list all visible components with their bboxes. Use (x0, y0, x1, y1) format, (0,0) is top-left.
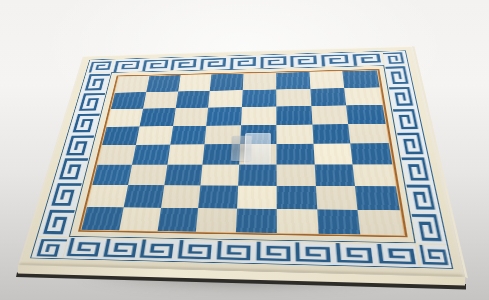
square-f2 (276, 186, 316, 209)
square-a2 (87, 185, 128, 207)
greek-key-icon (137, 239, 177, 261)
greek-key-unit (319, 53, 352, 67)
square-f6 (276, 106, 312, 125)
square-g3 (314, 164, 355, 186)
square-h1 (358, 210, 404, 236)
greek-key-unit (333, 243, 377, 266)
greek-key-unit (175, 240, 215, 262)
square-b2 (123, 185, 163, 207)
greek-key-icon (319, 53, 352, 67)
greek-key-unit (389, 85, 417, 107)
greek-key-icon (81, 72, 110, 92)
square-a7 (111, 92, 146, 109)
square-c6 (173, 108, 209, 126)
square-c7 (175, 91, 210, 109)
square-h8 (343, 70, 380, 87)
square-a4 (97, 145, 135, 165)
greek-key-icon (228, 55, 259, 68)
square-h2 (355, 186, 400, 210)
greek-key-unit (393, 107, 422, 131)
square-d6 (207, 107, 242, 125)
greek-key-unit (228, 55, 259, 68)
greek-key-unit (63, 238, 104, 259)
greek-key-unit (385, 65, 412, 86)
greek-key-unit (213, 241, 253, 263)
square-c3 (164, 164, 203, 185)
greek-key-icon (350, 52, 384, 66)
greek-key-unit (137, 239, 177, 261)
square-d1 (196, 208, 237, 232)
greek-key-icon (100, 238, 141, 259)
square-g1 (317, 209, 361, 234)
square-e8 (243, 73, 276, 90)
translucent-tag (230, 133, 268, 164)
greek-key-icon (389, 85, 417, 107)
greek-key-unit (169, 57, 200, 70)
greek-key-unit (100, 238, 141, 259)
square-a3 (92, 164, 131, 185)
square-c4 (167, 144, 205, 164)
greek-key-icon (288, 54, 319, 68)
greek-key-unit (397, 131, 427, 156)
square-h3 (353, 164, 396, 186)
square-c8 (178, 74, 212, 91)
greek-key-icon (140, 58, 171, 71)
square-f5 (276, 124, 313, 144)
square-f7 (276, 89, 311, 107)
square-c5 (170, 125, 207, 144)
greek-key-unit (258, 54, 289, 67)
square-e6 (241, 107, 276, 126)
greek-key-icon (63, 238, 104, 259)
greek-key-icon (385, 65, 412, 86)
greek-key-corner-tr (383, 51, 408, 65)
greek-key-corner-bl (32, 237, 67, 258)
greek-key-unit (288, 54, 319, 68)
square-b5 (136, 126, 173, 145)
greek-key-icon (175, 240, 215, 262)
greek-key-unit (111, 59, 142, 72)
greek-key-corner-br (417, 244, 451, 267)
greek-key-icon (87, 60, 114, 73)
square-g2 (315, 186, 357, 210)
greek-key-icon (383, 51, 408, 65)
greek-key-icon (374, 244, 420, 267)
square-d2 (198, 185, 238, 208)
square-a6 (107, 109, 143, 127)
square-f1 (276, 209, 318, 234)
greek-key-corner-tl (87, 60, 114, 73)
greek-key-unit (293, 242, 335, 265)
square-d7 (208, 90, 242, 108)
greek-key-unit (350, 52, 384, 66)
photo-stage (0, 0, 489, 300)
square-b7 (143, 91, 178, 108)
greek-key-icon (213, 241, 253, 263)
greek-key-unit (401, 156, 433, 183)
square-h5 (348, 123, 388, 143)
greek-key-icon (333, 243, 377, 266)
board-face (18, 46, 465, 277)
square-h4 (351, 143, 393, 164)
greek-key-icon (393, 107, 422, 131)
square-g8 (309, 71, 344, 88)
greek-key-unit (253, 241, 293, 264)
greek-key-icon (111, 59, 142, 72)
greek-key-icon (258, 54, 289, 67)
greek-key-unit (198, 56, 229, 69)
square-e7 (242, 89, 276, 107)
greek-key-unit (81, 72, 110, 92)
greek-key-icon (293, 242, 335, 265)
square-a8 (115, 76, 149, 93)
greek-key-icon (253, 241, 293, 264)
greek-key-icon (397, 131, 427, 156)
square-b4 (132, 145, 170, 165)
square-f3 (276, 164, 315, 186)
greek-key-icon (32, 237, 67, 258)
translucent-tag-right-flap (244, 133, 271, 165)
chessboard (18, 46, 465, 277)
greek-key-unit (374, 244, 420, 267)
square-a1 (81, 207, 123, 231)
square-h7 (344, 87, 382, 105)
greek-key-unit (140, 58, 171, 71)
greek-key-icon (169, 57, 200, 70)
square-f8 (276, 72, 310, 89)
greek-key-icon (198, 56, 229, 69)
square-a5 (102, 126, 139, 145)
square-b8 (146, 75, 180, 92)
square-e2 (237, 186, 276, 209)
square-c1 (157, 207, 198, 231)
square-h6 (346, 105, 385, 124)
greek-key-icon (401, 156, 433, 183)
square-g4 (313, 143, 353, 164)
square-g6 (311, 105, 348, 124)
greek-key-icon (417, 244, 451, 267)
square-g5 (312, 124, 351, 144)
square-b1 (119, 207, 161, 231)
square-c2 (161, 185, 201, 208)
square-b6 (139, 108, 175, 126)
square-b3 (128, 164, 167, 185)
square-d3 (201, 164, 240, 185)
square-e1 (236, 208, 277, 233)
square-f4 (276, 144, 314, 165)
square-d8 (210, 74, 244, 91)
square-e3 (238, 164, 276, 186)
square-g7 (310, 88, 346, 106)
